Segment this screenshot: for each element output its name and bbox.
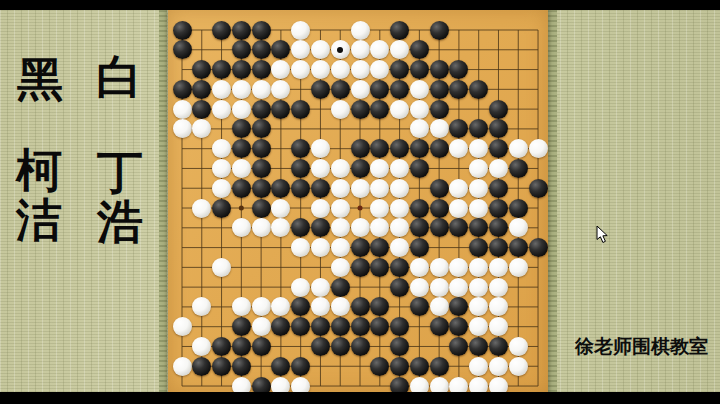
black-stone xyxy=(489,139,508,158)
black-player-name-char-2: 洁 xyxy=(15,197,63,243)
mouse-cursor-icon xyxy=(596,226,610,244)
black-stone xyxy=(529,238,548,257)
white-stone xyxy=(430,297,449,316)
channel-watermark: 徐老师围棋教室 xyxy=(575,334,708,360)
white-stone xyxy=(529,139,548,158)
white-stone xyxy=(212,100,231,119)
black-stone xyxy=(430,317,449,336)
white-stone xyxy=(351,21,370,40)
black-stone xyxy=(232,21,251,40)
white-stone xyxy=(331,100,350,119)
black-stone xyxy=(430,60,449,79)
black-header-label: 黑 xyxy=(16,56,64,102)
white-stone xyxy=(489,357,508,376)
black-stone xyxy=(232,337,251,356)
white-stone xyxy=(351,60,370,79)
black-stone xyxy=(252,159,271,178)
white-stone xyxy=(449,199,468,218)
white-stone xyxy=(390,159,409,178)
white-stone xyxy=(390,199,409,218)
black-stone xyxy=(410,139,429,158)
white-stone xyxy=(271,199,290,218)
black-stone xyxy=(489,179,508,198)
white-stone xyxy=(311,139,330,158)
black-stone xyxy=(252,199,271,218)
black-stone xyxy=(173,40,192,59)
white-stone xyxy=(469,278,488,297)
white-stone xyxy=(331,258,350,277)
black-stone xyxy=(311,317,330,336)
white-stone xyxy=(331,199,350,218)
white-stone xyxy=(430,278,449,297)
black-stone xyxy=(390,337,409,356)
black-stone xyxy=(311,179,330,198)
white-stone xyxy=(291,21,310,40)
white-stone xyxy=(311,199,330,218)
black-stone xyxy=(331,278,350,297)
black-stone xyxy=(351,100,370,119)
star-point xyxy=(358,206,363,211)
white-stone xyxy=(469,179,488,198)
black-stone xyxy=(311,337,330,356)
black-stone xyxy=(489,199,508,218)
white-stone xyxy=(252,317,271,336)
black-stone xyxy=(351,317,370,336)
black-stone xyxy=(410,199,429,218)
white-stone xyxy=(212,179,231,198)
black-stone xyxy=(252,100,271,119)
letterbox-bar-top xyxy=(0,0,720,10)
white-header-label: 白 xyxy=(95,54,143,100)
black-stone xyxy=(489,100,508,119)
black-stone xyxy=(430,179,449,198)
white-stone xyxy=(430,119,449,138)
white-stone xyxy=(173,119,192,138)
black-stone xyxy=(351,159,370,178)
white-stone xyxy=(509,218,528,237)
white-stone xyxy=(351,218,370,237)
letterbox-bar-bottom xyxy=(0,392,720,404)
black-stone xyxy=(252,119,271,138)
black-stone xyxy=(192,357,211,376)
black-stone xyxy=(351,139,370,158)
white-stone xyxy=(173,357,192,376)
white-stone xyxy=(311,278,330,297)
black-stone xyxy=(370,100,389,119)
white-stone xyxy=(252,218,271,237)
black-stone xyxy=(351,258,370,277)
black-stone xyxy=(410,238,429,257)
black-stone xyxy=(410,159,429,178)
white-stone xyxy=(331,238,350,257)
white-stone xyxy=(469,199,488,218)
black-stone xyxy=(509,159,528,178)
white-stone xyxy=(232,218,251,237)
black-stone xyxy=(252,60,271,79)
white-stone xyxy=(410,100,429,119)
white-stone xyxy=(489,159,508,178)
black-stone xyxy=(509,199,528,218)
black-stone xyxy=(410,40,429,59)
black-stone xyxy=(331,337,350,356)
white-stone xyxy=(232,100,251,119)
black-stone xyxy=(390,278,409,297)
black-stone xyxy=(212,60,231,79)
black-stone xyxy=(331,317,350,336)
black-stone xyxy=(212,21,231,40)
black-stone xyxy=(271,100,290,119)
white-stone xyxy=(509,357,528,376)
black-stone xyxy=(232,139,251,158)
black-stone xyxy=(489,238,508,257)
white-stone xyxy=(469,357,488,376)
white-stone xyxy=(291,278,310,297)
black-stone xyxy=(192,100,211,119)
black-stone xyxy=(212,199,231,218)
black-stone xyxy=(331,80,350,99)
black-stone xyxy=(430,218,449,237)
white-stone xyxy=(311,238,330,257)
white-stone xyxy=(469,258,488,277)
white-stone xyxy=(410,258,429,277)
black-stone xyxy=(390,80,409,99)
black-stone xyxy=(390,258,409,277)
white-stone xyxy=(390,179,409,198)
black-stone xyxy=(252,21,271,40)
white-stone xyxy=(173,317,192,336)
white-stone xyxy=(311,159,330,178)
white-stone xyxy=(430,258,449,277)
black-stone xyxy=(232,357,251,376)
white-stone xyxy=(370,199,389,218)
black-stone xyxy=(212,337,231,356)
black-stone xyxy=(351,238,370,257)
black-stone xyxy=(489,337,508,356)
white-stone xyxy=(390,100,409,119)
black-stone xyxy=(390,357,409,376)
white-stone xyxy=(331,60,350,79)
white-stone xyxy=(212,159,231,178)
black-stone xyxy=(252,139,271,158)
black-stone xyxy=(173,80,192,99)
black-stone xyxy=(430,80,449,99)
white-stone xyxy=(311,60,330,79)
white-stone xyxy=(173,100,192,119)
white-stone xyxy=(410,80,429,99)
star-point xyxy=(239,206,244,211)
black-stone xyxy=(351,337,370,356)
white-stone xyxy=(509,139,528,158)
black-stone xyxy=(192,80,211,99)
black-stone xyxy=(430,357,449,376)
white-stone xyxy=(351,179,370,198)
black-stone xyxy=(370,80,389,99)
black-stone xyxy=(291,357,310,376)
white-stone xyxy=(410,278,429,297)
white-stone xyxy=(469,159,488,178)
black-stone xyxy=(390,21,409,40)
white-player-name-char-1: 丁 xyxy=(96,149,144,195)
black-stone xyxy=(370,357,389,376)
black-stone xyxy=(232,317,251,336)
black-stone xyxy=(173,21,192,40)
video-frame: 黑 白 柯 丁 洁 浩 徐老师围棋教室 xyxy=(0,0,720,404)
white-stone xyxy=(212,80,231,99)
white-stone xyxy=(351,80,370,99)
white-stone xyxy=(489,278,508,297)
white-stone xyxy=(331,40,350,59)
black-stone xyxy=(232,60,251,79)
white-stone xyxy=(449,278,468,297)
go-board[interactable] xyxy=(168,10,548,394)
black-stone xyxy=(252,179,271,198)
black-stone xyxy=(252,337,271,356)
black-stone xyxy=(410,357,429,376)
black-stone xyxy=(390,60,409,79)
black-stone xyxy=(291,100,310,119)
black-stone xyxy=(252,40,271,59)
black-stone xyxy=(529,179,548,198)
black-stone xyxy=(232,179,251,198)
white-stone xyxy=(509,258,528,277)
white-stone xyxy=(232,80,251,99)
black-stone xyxy=(469,80,488,99)
black-stone xyxy=(430,199,449,218)
black-stone xyxy=(509,238,528,257)
white-stone xyxy=(331,179,350,198)
black-stone xyxy=(271,179,290,198)
black-stone xyxy=(430,100,449,119)
tatami-seam-right xyxy=(548,10,557,392)
black-stone xyxy=(291,179,310,198)
black-stone xyxy=(232,40,251,59)
white-stone xyxy=(331,218,350,237)
white-stone xyxy=(232,159,251,178)
black-player-name-char-1: 柯 xyxy=(15,147,63,193)
white-stone xyxy=(370,179,389,198)
white-stone xyxy=(351,40,370,59)
tatami-seam-left xyxy=(159,10,167,392)
black-stone xyxy=(430,139,449,158)
black-stone xyxy=(291,159,310,178)
black-stone xyxy=(430,21,449,40)
black-stone xyxy=(212,357,231,376)
white-stone xyxy=(212,258,231,277)
last-move-marker xyxy=(337,47,343,53)
white-stone xyxy=(509,337,528,356)
black-stone xyxy=(351,297,370,316)
white-stone xyxy=(192,199,211,218)
white-stone xyxy=(252,297,271,316)
black-stone xyxy=(410,60,429,79)
black-stone xyxy=(311,80,330,99)
white-stone xyxy=(252,80,271,99)
white-stone xyxy=(489,258,508,277)
white-player-name-char-2: 浩 xyxy=(96,199,144,245)
white-stone xyxy=(331,159,350,178)
